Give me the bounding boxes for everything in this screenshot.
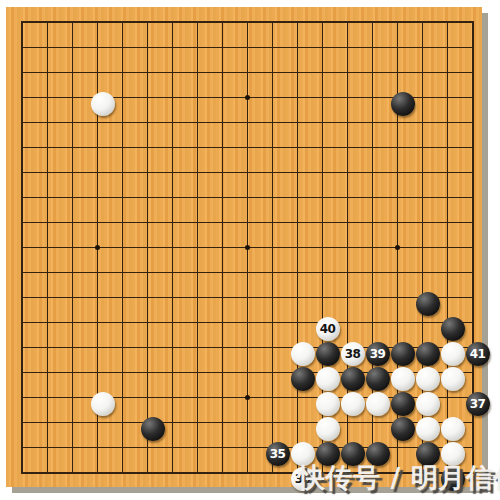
black-stone	[391, 92, 415, 116]
white-stone	[391, 367, 415, 391]
black-stone	[391, 392, 415, 416]
white-stone-move-38: 38	[341, 342, 365, 366]
black-stone	[366, 367, 390, 391]
black-stone	[291, 367, 315, 391]
black-stone	[441, 317, 465, 341]
black-stone	[341, 367, 365, 391]
black-stone	[391, 342, 415, 366]
black-stone	[141, 417, 165, 441]
white-stone	[316, 392, 340, 416]
white-stone	[316, 367, 340, 391]
watermark-text: 快传号 / 明月信俊	[298, 460, 500, 496]
white-stone	[316, 417, 340, 441]
move-number-label: 38	[345, 348, 361, 360]
move-number-label: 35	[270, 448, 286, 460]
white-stone	[91, 392, 115, 416]
white-stone	[441, 342, 465, 366]
white-stone	[441, 417, 465, 441]
white-stone-move-40: 40	[316, 317, 340, 341]
white-stone	[416, 367, 440, 391]
white-stone	[91, 92, 115, 116]
black-stone-move-39: 39	[366, 342, 390, 366]
white-stone	[441, 367, 465, 391]
white-stone	[366, 392, 390, 416]
white-stone	[416, 417, 440, 441]
screenshot-stage: 40383941373536 快传号 / 明月信俊	[0, 0, 500, 500]
white-stone	[416, 392, 440, 416]
black-stone	[391, 417, 415, 441]
move-number-label: 40	[320, 323, 336, 335]
black-stone	[416, 292, 440, 316]
black-stone-move-35: 35	[266, 442, 290, 466]
black-stone-move-37: 37	[466, 392, 490, 416]
move-number-label: 39	[370, 348, 386, 360]
stones-layer: 40383941373536	[15, 16, 490, 491]
black-stone	[316, 342, 340, 366]
white-stone	[341, 392, 365, 416]
move-number-label: 41	[470, 348, 486, 360]
white-stone	[291, 342, 315, 366]
black-stone	[416, 342, 440, 366]
go-board: 40383941373536	[6, 7, 482, 487]
move-number-label: 37	[470, 398, 486, 410]
black-stone-move-41: 41	[466, 342, 490, 366]
